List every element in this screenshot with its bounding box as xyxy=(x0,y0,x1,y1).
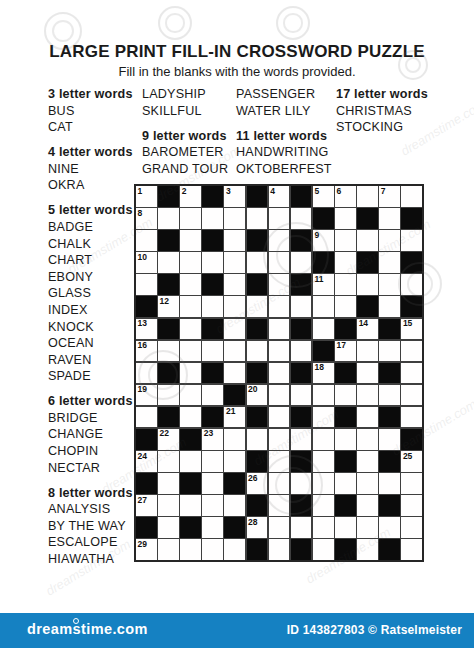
grid-cell[interactable] xyxy=(379,473,400,494)
block-cell xyxy=(247,230,268,251)
block-cell xyxy=(158,363,179,384)
grid-cell[interactable] xyxy=(401,363,422,384)
grid-cell[interactable] xyxy=(180,385,201,406)
grid-cell[interactable] xyxy=(269,539,290,560)
grid-cell[interactable] xyxy=(379,252,400,273)
grid-cell[interactable] xyxy=(269,385,290,406)
grid-cell[interactable] xyxy=(357,539,378,560)
clue-number: 11 xyxy=(314,275,323,284)
block-cell xyxy=(379,539,400,560)
grid-cell[interactable] xyxy=(180,495,201,516)
block-cell xyxy=(291,230,312,251)
grid-cell[interactable] xyxy=(224,274,245,295)
block-cell xyxy=(247,539,268,560)
grid-cell[interactable] xyxy=(269,208,290,229)
grid-cell[interactable] xyxy=(180,341,201,362)
logo-ring-icon xyxy=(73,618,79,624)
grid-cell[interactable] xyxy=(202,385,223,406)
grid-cell[interactable] xyxy=(224,208,245,229)
word-item: CHOPIN xyxy=(48,443,133,460)
grid-cell[interactable] xyxy=(158,473,179,494)
grid-cell[interactable] xyxy=(401,385,422,406)
grid-cell[interactable] xyxy=(357,341,378,362)
block-cell xyxy=(202,230,223,251)
clue-number: 7 xyxy=(381,187,386,196)
block-cell xyxy=(158,230,179,251)
word-item: OKTOBERFEST xyxy=(236,161,332,178)
grid-cell[interactable] xyxy=(247,296,268,317)
word-item: GRAND TOUR xyxy=(142,161,228,178)
grid-cell[interactable] xyxy=(180,230,201,251)
block-cell xyxy=(247,274,268,295)
word-item: BRIDGE xyxy=(48,410,133,427)
grid-cell[interactable] xyxy=(335,517,356,538)
word-list-column-4: 17 letter wordsCHRISTMASSTOCKING xyxy=(336,86,428,136)
grid-cell[interactable] xyxy=(158,252,179,273)
grid-cell[interactable] xyxy=(291,429,312,450)
grid-cell[interactable]: 5 xyxy=(313,186,334,207)
clue-number: 28 xyxy=(248,518,257,527)
grid-cell[interactable] xyxy=(269,319,290,340)
clue-number: 4 xyxy=(270,187,275,196)
block-cell xyxy=(335,319,356,340)
grid-cell[interactable] xyxy=(357,495,378,516)
word-group-header: 11 letter words xyxy=(236,128,332,145)
grid-cell[interactable]: 2 xyxy=(180,186,201,207)
word-item: CHRISTMAS xyxy=(336,103,428,120)
block-cell xyxy=(202,363,223,384)
word-item: RAVEN xyxy=(48,352,133,369)
grid-cell[interactable] xyxy=(224,319,245,340)
block-cell xyxy=(202,319,223,340)
grid-cell[interactable]: 7 xyxy=(379,186,400,207)
grid-cell[interactable]: 11 xyxy=(313,274,334,295)
grid-cell[interactable] xyxy=(357,363,378,384)
grid-cell[interactable] xyxy=(180,252,201,273)
clue-number: 12 xyxy=(160,297,169,306)
clue-number: 14 xyxy=(359,319,368,328)
word-item: SPADE xyxy=(48,368,133,385)
grid-cell[interactable]: 28 xyxy=(247,517,268,538)
grid-cell[interactable] xyxy=(202,296,223,317)
block-cell xyxy=(401,252,422,273)
word-item: CAT xyxy=(48,119,133,136)
grid-cell[interactable]: 21 xyxy=(224,407,245,428)
puzzle-title: LARGE PRINT FILL-IN CROSSWORD PUZZLE xyxy=(0,42,474,62)
grid-cell[interactable]: 24 xyxy=(136,451,157,472)
clue-number: 13 xyxy=(138,319,147,328)
block-cell xyxy=(313,252,334,273)
block-cell xyxy=(247,186,268,207)
footer-bar: dreamstime.com ID 143827803 © Ratselmeis… xyxy=(0,613,474,648)
grid-cell[interactable] xyxy=(202,517,223,538)
grid-cell[interactable] xyxy=(269,296,290,317)
word-list-column-1: 3 letter wordsBUSCAT4 letter wordsNINEOK… xyxy=(48,86,133,568)
grid-cell[interactable] xyxy=(291,517,312,538)
block-cell xyxy=(247,495,268,516)
block-cell xyxy=(379,451,400,472)
clue-number: 25 xyxy=(403,452,412,461)
clue-number: 1 xyxy=(138,187,143,196)
grid-cell[interactable] xyxy=(202,252,223,273)
word-item: BUS xyxy=(48,103,133,120)
grid-cell[interactable] xyxy=(158,451,179,472)
grid-cell[interactable] xyxy=(379,208,400,229)
block-cell xyxy=(335,407,356,428)
block-cell xyxy=(313,208,334,229)
grid-cell[interactable] xyxy=(291,208,312,229)
grid-cell[interactable] xyxy=(379,274,400,295)
word-item: ANALYSIS xyxy=(48,501,133,518)
grid-cell[interactable]: 1 xyxy=(136,186,157,207)
grid-cell[interactable] xyxy=(247,208,268,229)
clue-number: 19 xyxy=(138,385,147,394)
block-cell xyxy=(401,429,422,450)
grid-cell[interactable] xyxy=(269,429,290,450)
block-cell xyxy=(180,429,201,450)
grid-cell[interactable] xyxy=(224,495,245,516)
grid-cell[interactable] xyxy=(357,473,378,494)
grid-cell[interactable] xyxy=(401,274,422,295)
block-cell xyxy=(291,186,312,207)
grid-cell[interactable]: 3 xyxy=(224,186,245,207)
grid-cell[interactable] xyxy=(291,341,312,362)
word-item: NINE xyxy=(48,161,133,178)
block-cell xyxy=(291,319,312,340)
word-group-header: 9 letter words xyxy=(142,128,228,145)
block-cell xyxy=(158,274,179,295)
grid-cell[interactable]: 10 xyxy=(136,252,157,273)
clue-number: 9 xyxy=(314,231,319,240)
grid-cell[interactable] xyxy=(401,186,422,207)
block-cell xyxy=(136,429,157,450)
block-cell xyxy=(158,186,179,207)
clue-number: 24 xyxy=(138,452,147,461)
word-group-header: 5 letter words xyxy=(48,202,133,219)
clue-number: 18 xyxy=(314,363,323,372)
grid-cell[interactable] xyxy=(357,451,378,472)
grid-cell[interactable] xyxy=(224,539,245,560)
clue-number: 6 xyxy=(337,187,342,196)
grid-cell[interactable] xyxy=(269,495,290,516)
grid-cell[interactable] xyxy=(224,363,245,384)
word-item: CHANGE xyxy=(48,426,133,443)
grid-cell[interactable] xyxy=(379,230,400,251)
grid-cell[interactable]: 19 xyxy=(136,385,157,406)
block-cell xyxy=(224,385,245,406)
grid-cell[interactable] xyxy=(158,208,179,229)
grid-cell[interactable]: 6 xyxy=(335,186,356,207)
grid-cell[interactable] xyxy=(335,385,356,406)
grid-cell[interactable] xyxy=(247,429,268,450)
grid-cell[interactable] xyxy=(180,363,201,384)
block-cell xyxy=(291,451,312,472)
crossword-grid: 1234567891011121314151617181920212223242… xyxy=(134,184,424,562)
block-cell xyxy=(136,296,157,317)
grid-cell[interactable] xyxy=(269,274,290,295)
block-cell xyxy=(291,363,312,384)
word-item: STOCKING xyxy=(336,119,428,136)
word-item: LADYSHIP xyxy=(142,86,228,103)
grid-cell[interactable]: 17 xyxy=(335,341,356,362)
grid-cell[interactable] xyxy=(401,495,422,516)
grid-cell[interactable] xyxy=(291,296,312,317)
grid-cell[interactable]: 12 xyxy=(158,296,179,317)
clue-number: 17 xyxy=(337,341,346,350)
grid-cell[interactable] xyxy=(247,252,268,273)
block-cell xyxy=(180,473,201,494)
watermark-logo-icon xyxy=(158,6,192,40)
grid-cell[interactable] xyxy=(224,230,245,251)
clue-number: 15 xyxy=(403,319,412,328)
word-list-column-2: LADYSHIPSKILLFUL9 letter wordsBAROMETERG… xyxy=(142,86,228,177)
grid-cell[interactable] xyxy=(357,274,378,295)
grid-cell[interactable]: 25 xyxy=(401,451,422,472)
grid-cell[interactable] xyxy=(379,296,400,317)
word-item: GLASS xyxy=(48,285,133,302)
grid-cell[interactable] xyxy=(180,319,201,340)
clue-number: 26 xyxy=(248,474,257,483)
grid-cell[interactable]: 29 xyxy=(136,539,157,560)
grid-cell[interactable] xyxy=(202,473,223,494)
grid-cell[interactable] xyxy=(357,186,378,207)
block-cell xyxy=(291,495,312,516)
block-cell xyxy=(401,296,422,317)
block-cell xyxy=(357,252,378,273)
word-item: ESCALOPE xyxy=(48,534,133,551)
clue-number: 29 xyxy=(138,540,147,549)
grid-cell[interactable] xyxy=(224,296,245,317)
word-item: HANDWRITING xyxy=(236,144,332,161)
grid-cell[interactable] xyxy=(335,274,356,295)
word-group-header: 3 letter words xyxy=(48,86,133,103)
puzzle-subtitle: Fill in the blanks with the words provid… xyxy=(0,64,474,79)
grid-cell[interactable] xyxy=(379,341,400,362)
grid-cell[interactable] xyxy=(224,341,245,362)
block-cell xyxy=(202,274,223,295)
block-cell xyxy=(247,363,268,384)
grid-cell[interactable] xyxy=(202,341,223,362)
grid-cell[interactable] xyxy=(202,495,223,516)
grid-cell[interactable] xyxy=(357,407,378,428)
grid-cell[interactable] xyxy=(269,363,290,384)
clue-number: 22 xyxy=(160,429,169,438)
grid-cell[interactable]: 18 xyxy=(313,363,334,384)
block-cell xyxy=(247,319,268,340)
block-cell xyxy=(291,407,312,428)
grid-cell[interactable] xyxy=(269,517,290,538)
grid-cell[interactable] xyxy=(313,473,334,494)
grid-cell[interactable] xyxy=(180,274,201,295)
block-cell xyxy=(379,407,400,428)
grid-cell[interactable] xyxy=(158,495,179,516)
grid-cell[interactable] xyxy=(313,495,334,516)
word-item: SKILLFUL xyxy=(142,103,228,120)
grid-cell[interactable] xyxy=(269,451,290,472)
grid-cell[interactable]: 20 xyxy=(247,385,268,406)
grid-cell[interactable] xyxy=(180,407,201,428)
grid-cell[interactable] xyxy=(180,451,201,472)
grid-cell[interactable] xyxy=(180,296,201,317)
grid-cell[interactable] xyxy=(269,341,290,362)
block-cell xyxy=(357,296,378,317)
block-cell xyxy=(224,473,245,494)
word-group-header: 8 letter words xyxy=(48,485,133,502)
grid-cell[interactable]: 27 xyxy=(136,495,157,516)
grid-cell[interactable] xyxy=(357,517,378,538)
grid-cell[interactable]: 26 xyxy=(247,473,268,494)
word-item: WATER LILY xyxy=(236,103,332,120)
grid-cell[interactable] xyxy=(269,252,290,273)
grid-cell[interactable] xyxy=(247,341,268,362)
word-item: EBONY xyxy=(48,269,133,286)
grid-cell[interactable] xyxy=(313,385,334,406)
block-cell xyxy=(401,208,422,229)
block-cell xyxy=(291,274,312,295)
word-item: PASSENGER xyxy=(236,86,332,103)
grid-cell[interactable] xyxy=(202,208,223,229)
clue-number: 21 xyxy=(226,407,235,416)
word-item: OCEAN xyxy=(48,335,133,352)
grid-cell[interactable] xyxy=(357,385,378,406)
grid-cell[interactable] xyxy=(291,252,312,273)
block-cell xyxy=(335,451,356,472)
block-cell xyxy=(357,208,378,229)
grid-cell[interactable] xyxy=(269,473,290,494)
clue-number: 2 xyxy=(182,187,187,196)
grid-cell[interactable] xyxy=(335,473,356,494)
grid-cell[interactable]: 9 xyxy=(313,230,334,251)
block-cell xyxy=(202,186,223,207)
word-item: NECTAR xyxy=(48,460,133,477)
grid-cell[interactable] xyxy=(136,363,157,384)
word-group-header: 4 letter words xyxy=(48,144,133,161)
word-item: INDEX xyxy=(48,302,133,319)
clue-number: 16 xyxy=(138,341,147,350)
grid-cell[interactable]: 15 xyxy=(401,319,422,340)
grid-cell[interactable] xyxy=(401,539,422,560)
watermark-logo-icon xyxy=(276,6,310,40)
clue-number: 27 xyxy=(138,496,147,505)
grid-cell[interactable] xyxy=(313,451,334,472)
grid-cell[interactable] xyxy=(401,473,422,494)
grid-cell[interactable] xyxy=(357,230,378,251)
block-cell xyxy=(158,319,179,340)
grid-cell[interactable] xyxy=(224,252,245,273)
grid-cell[interactable] xyxy=(180,208,201,229)
grid-cell[interactable] xyxy=(224,429,245,450)
grid-cell[interactable] xyxy=(158,517,179,538)
grid-cell[interactable] xyxy=(202,539,223,560)
clue-number: 20 xyxy=(248,385,257,394)
grid-cell[interactable] xyxy=(401,341,422,362)
block-cell xyxy=(291,539,312,560)
grid-cell[interactable]: 16 xyxy=(136,341,157,362)
grid-cell[interactable] xyxy=(313,319,334,340)
grid-cell[interactable]: 22 xyxy=(158,429,179,450)
grid-cell[interactable]: 8 xyxy=(136,208,157,229)
grid-cell[interactable] xyxy=(379,429,400,450)
block-cell xyxy=(224,517,245,538)
block-cell xyxy=(202,407,223,428)
grid-cell[interactable] xyxy=(158,341,179,362)
grid-cell[interactable] xyxy=(335,296,356,317)
word-item: OKRA xyxy=(48,177,133,194)
grid-cell[interactable] xyxy=(158,539,179,560)
word-item: BADGE xyxy=(48,219,133,236)
grid-cell[interactable] xyxy=(379,517,400,538)
grid-cell[interactable] xyxy=(202,451,223,472)
grid-cell[interactable]: 4 xyxy=(269,186,290,207)
grid-cell[interactable] xyxy=(313,296,334,317)
block-cell xyxy=(379,319,400,340)
grid-cell[interactable] xyxy=(313,517,334,538)
grid-cell[interactable]: 14 xyxy=(357,319,378,340)
word-item: CHALK xyxy=(48,236,133,253)
block-cell xyxy=(335,495,356,516)
grid-cell[interactable] xyxy=(313,407,334,428)
grid-cell[interactable] xyxy=(291,385,312,406)
clue-number: 3 xyxy=(226,187,231,196)
grid-cell[interactable] xyxy=(224,451,245,472)
grid-cell[interactable] xyxy=(136,274,157,295)
grid-cell[interactable] xyxy=(291,473,312,494)
block-cell xyxy=(136,517,157,538)
word-item: BY THE WAY xyxy=(48,518,133,535)
block-cell xyxy=(335,539,356,560)
word-item: CHART xyxy=(48,252,133,269)
block-cell xyxy=(313,341,334,362)
grid-cell[interactable] xyxy=(335,252,356,273)
block-cell xyxy=(247,451,268,472)
grid-cell[interactable] xyxy=(269,407,290,428)
grid-cell[interactable] xyxy=(335,429,356,450)
grid-cell[interactable] xyxy=(401,517,422,538)
grid-cell[interactable] xyxy=(379,385,400,406)
image-credit: ID 143827803 © Ratselmeister xyxy=(287,623,462,637)
grid-cell[interactable] xyxy=(158,385,179,406)
grid-cell[interactable] xyxy=(136,230,157,251)
grid-cell[interactable] xyxy=(180,539,201,560)
clue-number: 8 xyxy=(138,209,143,218)
grid-cell[interactable] xyxy=(401,230,422,251)
block-cell xyxy=(247,407,268,428)
clue-number: 23 xyxy=(204,429,213,438)
grid-cell[interactable] xyxy=(335,208,356,229)
grid-cell[interactable] xyxy=(313,429,334,450)
clue-number: 5 xyxy=(314,187,319,196)
grid-cell[interactable] xyxy=(269,230,290,251)
clue-number: 10 xyxy=(138,253,147,262)
word-item: HIAWATHA xyxy=(48,551,133,568)
page: LARGE PRINT FILL-IN CROSSWORD PUZZLE Fil… xyxy=(0,0,474,648)
block-cell xyxy=(136,473,157,494)
grid-cell[interactable] xyxy=(313,539,334,560)
word-list-column-3: PASSENGERWATER LILY11 letter wordsHANDWR… xyxy=(236,86,332,177)
word-group-header: 6 letter words xyxy=(48,393,133,410)
grid-cell[interactable] xyxy=(357,429,378,450)
word-group-header: 17 letter words xyxy=(336,86,428,103)
grid-cell[interactable] xyxy=(136,407,157,428)
word-item: KNOCK xyxy=(48,319,133,336)
grid-cell[interactable]: 13 xyxy=(136,319,157,340)
grid-cell[interactable] xyxy=(401,407,422,428)
block-cell xyxy=(180,517,201,538)
grid-cell[interactable] xyxy=(335,230,356,251)
dreamstime-logo: dreamstime.com xyxy=(27,621,148,637)
block-cell xyxy=(379,495,400,516)
grid-cell[interactable]: 23 xyxy=(202,429,223,450)
